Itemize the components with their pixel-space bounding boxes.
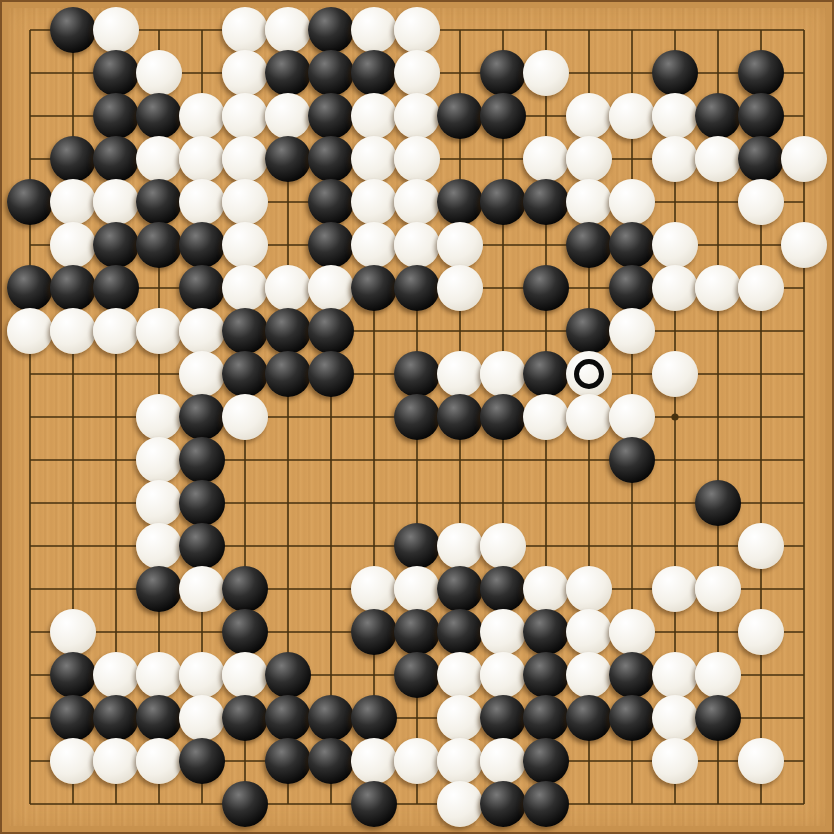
stone-white bbox=[136, 523, 182, 569]
stone-black bbox=[480, 394, 526, 440]
stone-black bbox=[351, 695, 397, 741]
stone-black bbox=[394, 394, 440, 440]
stone-black bbox=[50, 652, 96, 698]
stone-white bbox=[523, 50, 569, 96]
stone-black bbox=[609, 652, 655, 698]
stone-black bbox=[437, 179, 483, 225]
stone-white bbox=[523, 566, 569, 612]
stone-white bbox=[179, 566, 225, 612]
stone-white bbox=[179, 136, 225, 182]
stone-white bbox=[222, 50, 268, 96]
stone-black bbox=[308, 50, 354, 96]
stone-black bbox=[738, 93, 784, 139]
stone-black bbox=[308, 136, 354, 182]
stone-black bbox=[265, 738, 311, 784]
stone-white bbox=[265, 7, 311, 53]
stone-white bbox=[179, 179, 225, 225]
stone-black bbox=[480, 50, 526, 96]
stone-black bbox=[308, 7, 354, 53]
stone-white bbox=[480, 609, 526, 655]
stone-black bbox=[50, 7, 96, 53]
stone-white bbox=[437, 265, 483, 311]
stone-black bbox=[136, 222, 182, 268]
stone-white bbox=[738, 179, 784, 225]
stone-white bbox=[50, 179, 96, 225]
stone-white bbox=[437, 695, 483, 741]
stone-white bbox=[394, 179, 440, 225]
stone-white bbox=[351, 136, 397, 182]
stone-black bbox=[136, 566, 182, 612]
stone-black bbox=[93, 136, 139, 182]
stone-black bbox=[523, 652, 569, 698]
stone-black bbox=[93, 695, 139, 741]
stone-white bbox=[351, 566, 397, 612]
stone-white bbox=[695, 566, 741, 612]
stone-white bbox=[265, 265, 311, 311]
stone-black bbox=[136, 179, 182, 225]
stone-white bbox=[136, 738, 182, 784]
stone-black bbox=[523, 695, 569, 741]
stone-white bbox=[566, 179, 612, 225]
stone-white bbox=[437, 222, 483, 268]
stone-white bbox=[394, 93, 440, 139]
stone-white bbox=[480, 738, 526, 784]
stone-black bbox=[179, 523, 225, 569]
stone-black bbox=[351, 50, 397, 96]
stone-white bbox=[93, 738, 139, 784]
stone-black bbox=[394, 652, 440, 698]
stone-black bbox=[480, 781, 526, 827]
stone-black bbox=[394, 523, 440, 569]
stone-white bbox=[566, 652, 612, 698]
stone-black bbox=[308, 351, 354, 397]
stone-white bbox=[738, 265, 784, 311]
stone-black bbox=[93, 93, 139, 139]
stone-white bbox=[179, 695, 225, 741]
stone-black bbox=[437, 93, 483, 139]
stone-white bbox=[222, 222, 268, 268]
stone-black bbox=[523, 179, 569, 225]
stone-white bbox=[652, 695, 698, 741]
stone-black bbox=[394, 265, 440, 311]
stone-white bbox=[394, 7, 440, 53]
stone-white bbox=[222, 265, 268, 311]
go-board[interactable] bbox=[0, 0, 834, 834]
stone-black bbox=[222, 308, 268, 354]
stone-white bbox=[351, 738, 397, 784]
stone-black bbox=[265, 50, 311, 96]
stone-white bbox=[437, 523, 483, 569]
stone-black bbox=[480, 93, 526, 139]
stone-black bbox=[136, 695, 182, 741]
stone-white bbox=[351, 93, 397, 139]
stone-white bbox=[50, 308, 96, 354]
stone-black bbox=[179, 394, 225, 440]
stone-black bbox=[566, 308, 612, 354]
stone-white bbox=[480, 652, 526, 698]
stone-white bbox=[136, 308, 182, 354]
stone-white bbox=[523, 394, 569, 440]
stone-black bbox=[308, 179, 354, 225]
stone-black bbox=[222, 566, 268, 612]
stone-black bbox=[652, 50, 698, 96]
stone-white bbox=[179, 652, 225, 698]
stone-black bbox=[222, 781, 268, 827]
stone-white bbox=[222, 7, 268, 53]
stone-black bbox=[265, 308, 311, 354]
stone-black bbox=[480, 179, 526, 225]
stone-black bbox=[437, 566, 483, 612]
stone-white bbox=[781, 136, 827, 182]
stone-black bbox=[179, 480, 225, 526]
stone-black bbox=[50, 136, 96, 182]
stone-white bbox=[652, 652, 698, 698]
stone-white bbox=[222, 136, 268, 182]
stone-black bbox=[566, 695, 612, 741]
stone-black bbox=[265, 695, 311, 741]
stone-white bbox=[609, 394, 655, 440]
stone-black bbox=[695, 93, 741, 139]
stone-white bbox=[136, 480, 182, 526]
stone-black bbox=[394, 609, 440, 655]
stone-white bbox=[566, 566, 612, 612]
stone-white bbox=[566, 93, 612, 139]
stone-white bbox=[50, 738, 96, 784]
stone-white bbox=[394, 738, 440, 784]
stone-white bbox=[437, 652, 483, 698]
stone-white bbox=[394, 50, 440, 96]
stone-black bbox=[50, 265, 96, 311]
stone-black bbox=[179, 437, 225, 483]
stone-white bbox=[652, 351, 698, 397]
stone-white bbox=[437, 781, 483, 827]
stone-black bbox=[609, 265, 655, 311]
stone-black bbox=[265, 351, 311, 397]
stone-white bbox=[50, 609, 96, 655]
stone-black bbox=[93, 222, 139, 268]
stone-black bbox=[437, 609, 483, 655]
stone-white bbox=[222, 93, 268, 139]
stone-white bbox=[136, 50, 182, 96]
stone-white bbox=[351, 179, 397, 225]
stone-white bbox=[222, 394, 268, 440]
stone-white bbox=[695, 265, 741, 311]
stone-black bbox=[523, 265, 569, 311]
stone-white bbox=[351, 222, 397, 268]
stone-white bbox=[652, 93, 698, 139]
stone-black bbox=[308, 695, 354, 741]
stone-white bbox=[566, 136, 612, 182]
stone-black bbox=[351, 609, 397, 655]
stone-white bbox=[480, 523, 526, 569]
stone-black bbox=[265, 652, 311, 698]
stone-white bbox=[50, 222, 96, 268]
stone-white bbox=[136, 136, 182, 182]
stone-white bbox=[308, 265, 354, 311]
stone-white bbox=[566, 394, 612, 440]
stone-white bbox=[652, 265, 698, 311]
stone-white bbox=[136, 437, 182, 483]
stone-white bbox=[351, 7, 397, 53]
stone-white bbox=[523, 136, 569, 182]
stone-black bbox=[609, 695, 655, 741]
stone-white bbox=[480, 351, 526, 397]
stone-white bbox=[437, 738, 483, 784]
stone-white bbox=[609, 179, 655, 225]
stone-black bbox=[222, 609, 268, 655]
stone-white bbox=[265, 93, 311, 139]
stone-white bbox=[695, 136, 741, 182]
stone-black bbox=[7, 179, 53, 225]
stone-white bbox=[179, 351, 225, 397]
stone-white bbox=[566, 609, 612, 655]
stone-white bbox=[394, 566, 440, 612]
stone-white bbox=[652, 136, 698, 182]
stone-black bbox=[222, 351, 268, 397]
stone-white bbox=[437, 351, 483, 397]
stone-black bbox=[394, 351, 440, 397]
stone-black bbox=[179, 265, 225, 311]
stone-white bbox=[738, 609, 784, 655]
stone-black bbox=[738, 50, 784, 96]
stone-white bbox=[7, 308, 53, 354]
stone-white bbox=[566, 351, 612, 397]
stone-black bbox=[523, 781, 569, 827]
stone-white bbox=[93, 652, 139, 698]
stone-black bbox=[523, 351, 569, 397]
stone-black bbox=[50, 695, 96, 741]
stone-white bbox=[609, 308, 655, 354]
stone-white bbox=[652, 566, 698, 612]
stone-black bbox=[566, 222, 612, 268]
stone-white bbox=[179, 308, 225, 354]
stone-black bbox=[308, 93, 354, 139]
stone-black bbox=[523, 609, 569, 655]
stone-black bbox=[695, 695, 741, 741]
last-move-circle-marker bbox=[574, 359, 604, 389]
stone-black bbox=[437, 394, 483, 440]
stone-black bbox=[609, 222, 655, 268]
stone-black bbox=[7, 265, 53, 311]
stone-white bbox=[179, 93, 225, 139]
stone-white bbox=[93, 179, 139, 225]
stone-white bbox=[652, 738, 698, 784]
stone-black bbox=[523, 738, 569, 784]
stone-white bbox=[222, 652, 268, 698]
stone-black bbox=[609, 437, 655, 483]
stone-white bbox=[609, 609, 655, 655]
stone-white bbox=[394, 136, 440, 182]
stone-black bbox=[93, 50, 139, 96]
stone-white bbox=[652, 222, 698, 268]
stone-white bbox=[738, 738, 784, 784]
stone-black bbox=[480, 695, 526, 741]
stone-white bbox=[609, 93, 655, 139]
stone-black bbox=[265, 136, 311, 182]
stone-white bbox=[93, 308, 139, 354]
stone-white bbox=[136, 394, 182, 440]
stone-white bbox=[93, 7, 139, 53]
stone-white bbox=[394, 222, 440, 268]
stone-black bbox=[179, 738, 225, 784]
stone-black bbox=[308, 222, 354, 268]
stone-black bbox=[308, 308, 354, 354]
stone-black bbox=[93, 265, 139, 311]
stone-black bbox=[222, 695, 268, 741]
stone-black bbox=[179, 222, 225, 268]
stone-black bbox=[351, 265, 397, 311]
stone-black bbox=[695, 480, 741, 526]
stone-black bbox=[351, 781, 397, 827]
stone-black bbox=[136, 93, 182, 139]
stone-white bbox=[222, 179, 268, 225]
stone-white bbox=[781, 222, 827, 268]
stone-white bbox=[136, 652, 182, 698]
stone-black bbox=[738, 136, 784, 182]
stone-white bbox=[695, 652, 741, 698]
stone-white bbox=[738, 523, 784, 569]
stone-black bbox=[480, 566, 526, 612]
stone-black bbox=[308, 738, 354, 784]
